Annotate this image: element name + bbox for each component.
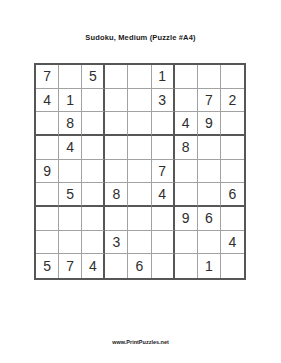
cell-r2c7[interactable]: [175, 89, 198, 113]
cell-r1c7[interactable]: [175, 65, 198, 89]
cell-r2c8[interactable]: 7: [198, 89, 221, 113]
cell-r9c9[interactable]: [221, 254, 244, 278]
cell-r6c3[interactable]: [82, 183, 105, 207]
cell-r3c2[interactable]: 8: [59, 112, 82, 136]
page: Sudoku, Medium (Puzzle #A4) 751413728494…: [0, 0, 281, 363]
cell-r5c8[interactable]: [198, 160, 221, 184]
sudoku-grid: 7514137284948975846963457461: [34, 63, 246, 280]
cell-r6c9[interactable]: 6: [221, 183, 244, 207]
cell-r6c8[interactable]: [198, 183, 221, 207]
cell-r4c9[interactable]: [221, 136, 244, 160]
cell-r9c4[interactable]: [105, 254, 128, 278]
cell-r4c6[interactable]: [152, 136, 175, 160]
puzzle-title: Sudoku, Medium (Puzzle #A4): [0, 33, 281, 42]
cell-r8c4[interactable]: 3: [105, 231, 128, 255]
cell-r6c5[interactable]: [128, 183, 151, 207]
cell-r8c7[interactable]: [175, 231, 198, 255]
cell-r5c2[interactable]: [59, 160, 82, 184]
cell-r8c3[interactable]: [82, 231, 105, 255]
cell-r1c6[interactable]: 1: [152, 65, 175, 89]
cell-r6c1[interactable]: [36, 183, 59, 207]
cell-r5c9[interactable]: [221, 160, 244, 184]
cell-r5c7[interactable]: [175, 160, 198, 184]
cell-r6c7[interactable]: [175, 183, 198, 207]
cell-r1c8[interactable]: [198, 65, 221, 89]
cell-r3c1[interactable]: [36, 112, 59, 136]
cell-r9c8[interactable]: 1: [198, 254, 221, 278]
cell-r9c3[interactable]: 4: [82, 254, 105, 278]
cell-r9c2[interactable]: 7: [59, 254, 82, 278]
cell-r7c4[interactable]: [105, 207, 128, 231]
cell-r4c3[interactable]: [82, 136, 105, 160]
cell-r2c4[interactable]: [105, 89, 128, 113]
cell-r4c7[interactable]: 8: [175, 136, 198, 160]
cell-r3c4[interactable]: [105, 112, 128, 136]
cell-r1c4[interactable]: [105, 65, 128, 89]
cell-r3c7[interactable]: 4: [175, 112, 198, 136]
cell-r2c1[interactable]: 4: [36, 89, 59, 113]
cell-r8c6[interactable]: [152, 231, 175, 255]
cell-r2c5[interactable]: [128, 89, 151, 113]
cell-r1c9[interactable]: [221, 65, 244, 89]
cell-r7c5[interactable]: [128, 207, 151, 231]
cell-r7c2[interactable]: [59, 207, 82, 231]
cell-r2c3[interactable]: [82, 89, 105, 113]
cell-r1c1[interactable]: 7: [36, 65, 59, 89]
cell-r1c2[interactable]: [59, 65, 82, 89]
cell-r7c6[interactable]: [152, 207, 175, 231]
cell-r7c9[interactable]: [221, 207, 244, 231]
cell-r1c3[interactable]: 5: [82, 65, 105, 89]
cell-r8c2[interactable]: [59, 231, 82, 255]
cell-r4c2[interactable]: 4: [59, 136, 82, 160]
footer-url: www.PrintPuzzles.net: [0, 339, 281, 345]
cell-r5c6[interactable]: 7: [152, 160, 175, 184]
cell-r5c5[interactable]: [128, 160, 151, 184]
cell-r4c1[interactable]: [36, 136, 59, 160]
cell-r6c4[interactable]: 8: [105, 183, 128, 207]
cell-r6c2[interactable]: 5: [59, 183, 82, 207]
cell-r7c1[interactable]: [36, 207, 59, 231]
cell-r2c2[interactable]: 1: [59, 89, 82, 113]
cell-r6c6[interactable]: 4: [152, 183, 175, 207]
cell-r4c4[interactable]: [105, 136, 128, 160]
cell-r7c8[interactable]: 6: [198, 207, 221, 231]
cell-r7c7[interactable]: 9: [175, 207, 198, 231]
cell-r5c4[interactable]: [105, 160, 128, 184]
cell-r9c6[interactable]: [152, 254, 175, 278]
cell-r3c8[interactable]: 9: [198, 112, 221, 136]
cell-r8c8[interactable]: [198, 231, 221, 255]
cell-r3c3[interactable]: [82, 112, 105, 136]
cell-r3c9[interactable]: [221, 112, 244, 136]
cell-r5c3[interactable]: [82, 160, 105, 184]
cell-r5c1[interactable]: 9: [36, 160, 59, 184]
cell-r1c5[interactable]: [128, 65, 151, 89]
cell-r3c5[interactable]: [128, 112, 151, 136]
cell-r3c6[interactable]: [152, 112, 175, 136]
cell-r2c6[interactable]: 3: [152, 89, 175, 113]
cell-r2c9[interactable]: 2: [221, 89, 244, 113]
cell-r9c1[interactable]: 5: [36, 254, 59, 278]
cell-r4c5[interactable]: [128, 136, 151, 160]
cell-r9c7[interactable]: [175, 254, 198, 278]
cell-r8c5[interactable]: [128, 231, 151, 255]
cell-r9c5[interactable]: 6: [128, 254, 151, 278]
cell-r7c3[interactable]: [82, 207, 105, 231]
cell-r8c1[interactable]: [36, 231, 59, 255]
cell-r4c8[interactable]: [198, 136, 221, 160]
cell-r8c9[interactable]: 4: [221, 231, 244, 255]
